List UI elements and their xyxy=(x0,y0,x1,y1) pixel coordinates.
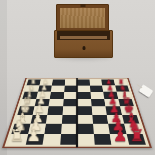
square xyxy=(61,124,77,134)
square: ♟ xyxy=(25,134,44,145)
square: ♟ xyxy=(32,106,48,114)
square: ♞ xyxy=(124,124,143,134)
red-pawn: ♟ xyxy=(107,90,115,98)
board-fold-hinge xyxy=(76,78,78,147)
square: ♟ xyxy=(28,124,46,134)
square xyxy=(44,124,61,134)
square xyxy=(93,124,110,134)
square: ♟ xyxy=(30,115,47,124)
square: ♟ xyxy=(34,99,49,107)
square: ♝ xyxy=(122,115,140,124)
chessboard: ♜♟♟♜♞♟♟♞♝♟♟♝♛♟♟♛♚♟♟♚♝♟♟♝♞♟♟♞♜♟♟♜ xyxy=(2,78,152,148)
red-queen: ♛ xyxy=(122,97,131,107)
square xyxy=(60,134,77,145)
chessboard-wrap: ♜♟♟♜♞♟♟♞♝♟♟♝♛♟♟♛♚♟♟♚♝♟♟♝♞♟♟♞♜♟♟♜ xyxy=(2,0,152,148)
square: ♚ xyxy=(120,106,137,114)
square xyxy=(77,124,93,134)
auction-photo-scene: ♜♟♟♜♞♟♟♞♝♟♟♝♛♟♟♛♚♟♟♚♝♟♟♝♞♟♟♞♜♟♟♜ xyxy=(0,0,155,155)
square xyxy=(77,106,92,114)
square xyxy=(47,106,63,114)
square xyxy=(91,106,107,114)
square xyxy=(61,115,77,124)
square xyxy=(49,99,64,107)
square xyxy=(63,99,77,107)
white-bishop: ♝ xyxy=(25,90,33,98)
white-pawn: ♟ xyxy=(41,85,47,92)
red-pawn: ♟ xyxy=(108,97,117,107)
square xyxy=(63,92,77,99)
red-bishop: ♝ xyxy=(121,90,129,98)
square xyxy=(77,99,91,107)
square xyxy=(93,134,111,145)
square xyxy=(92,115,108,124)
square xyxy=(91,99,106,107)
white-knight: ♞ xyxy=(13,119,26,133)
square: ♟ xyxy=(36,92,51,99)
square: ♚ xyxy=(17,106,34,114)
red-knight: ♞ xyxy=(128,119,141,133)
white-queen: ♛ xyxy=(23,97,32,107)
square xyxy=(77,92,91,99)
white-knight: ♞ xyxy=(28,85,34,92)
white-pawn: ♟ xyxy=(37,97,46,107)
red-knight: ♞ xyxy=(120,85,126,92)
square: ♛ xyxy=(118,99,134,107)
red-pawn: ♟ xyxy=(107,85,113,92)
red-pawn: ♟ xyxy=(111,119,124,133)
square xyxy=(50,92,64,99)
square: ♞ xyxy=(11,124,30,134)
square xyxy=(77,115,93,124)
square: ♝ xyxy=(116,92,131,99)
white-pawn: ♟ xyxy=(30,119,43,133)
square xyxy=(46,115,62,124)
square xyxy=(77,134,94,145)
square: ♜ xyxy=(126,134,146,145)
square xyxy=(43,134,61,145)
square xyxy=(90,92,104,99)
square xyxy=(62,106,77,114)
white-pawn: ♟ xyxy=(39,90,47,98)
